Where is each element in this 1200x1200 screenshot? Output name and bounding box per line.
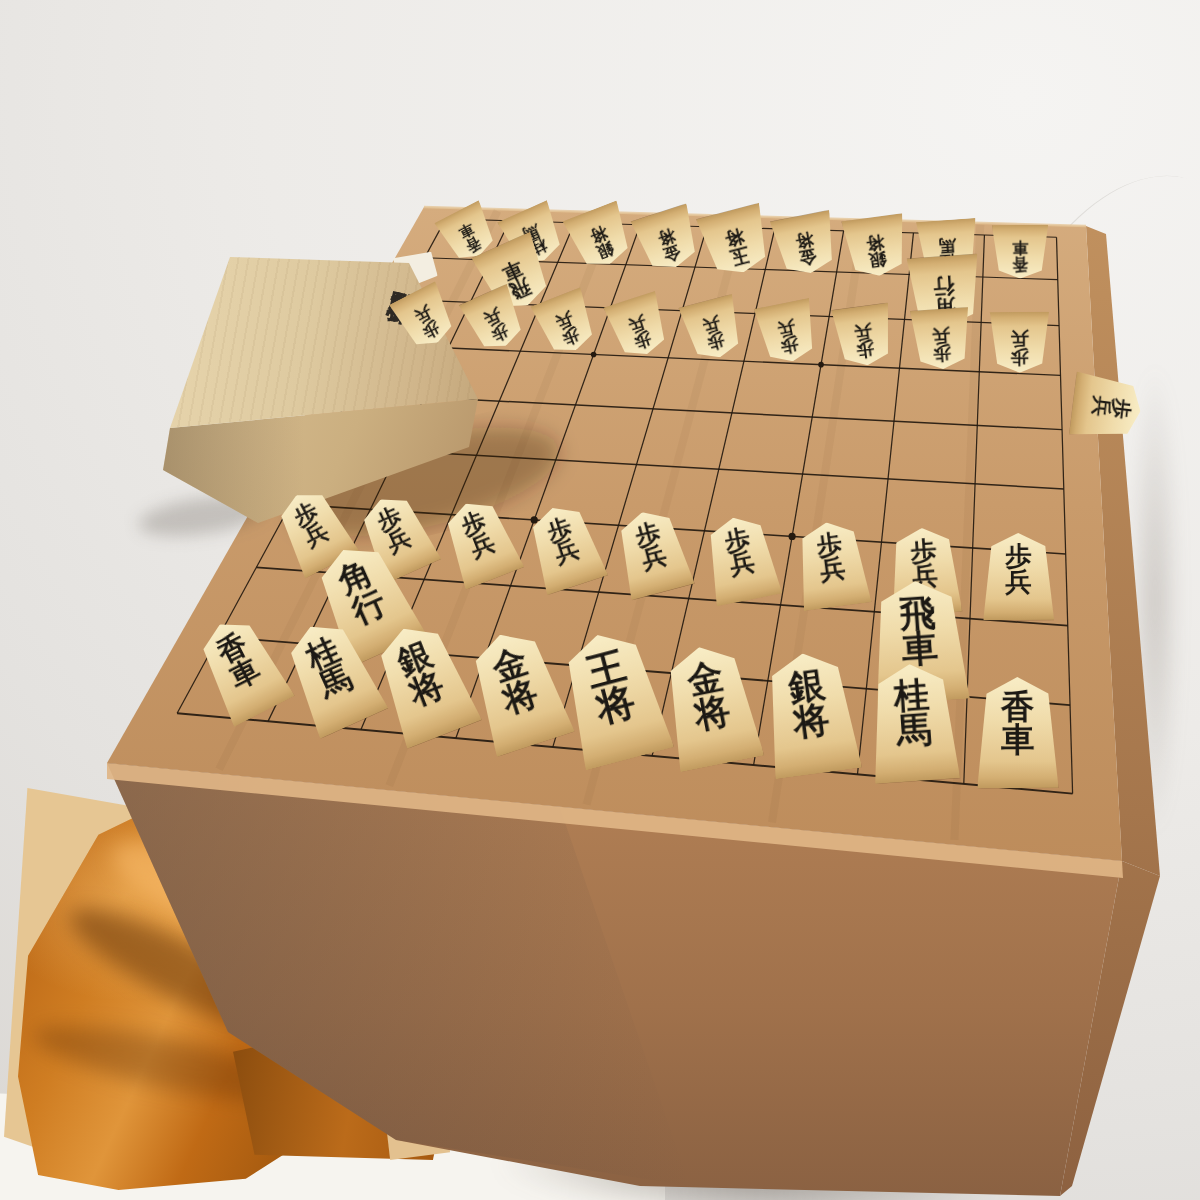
shogi-piece-pawn[interactable]: 歩兵 (990, 312, 1049, 373)
shogi-piece-lance[interactable]: 香車 (977, 677, 1059, 789)
shogi-piece-lance[interactable]: 香車 (992, 225, 1049, 279)
photo-stage: 香車桂馬銀将金将玉将金将銀将桂馬香車飛車角行歩兵歩兵歩兵歩兵歩兵歩兵歩兵歩兵歩兵… (0, 0, 1200, 1200)
shogi-piece-pawn[interactable]: 歩兵 (983, 533, 1054, 621)
